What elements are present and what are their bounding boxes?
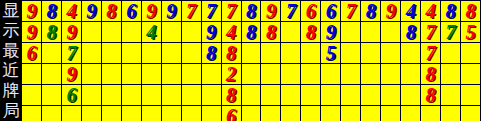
cell-r2-c22: 7 (441, 22, 461, 43)
cell-r4-c18 (361, 64, 381, 85)
cell-r4-c5 (102, 64, 122, 85)
cell-r3-c6 (122, 43, 142, 64)
cell-r6-c13 (261, 106, 281, 121)
cell-r6-c18 (361, 106, 381, 121)
cell-r1-c18: 8 (361, 1, 381, 22)
cell-r1-c19: 9 (381, 1, 401, 22)
cell-r3-c3: 7 (62, 43, 82, 64)
cell-r2-c8 (162, 22, 182, 43)
cell-r2-c21: 7 (421, 22, 441, 43)
cell-r1-c14: 7 (281, 1, 301, 22)
cell-r6-c17 (341, 106, 361, 121)
cell-r3-c15 (301, 43, 321, 64)
cell-r1-c9: 7 (182, 1, 202, 22)
cell-r6-c12 (242, 106, 262, 121)
cell-r2-c17 (341, 22, 361, 43)
title-char-1: 显 (0, 0, 22, 20)
cell-r3-c5 (102, 43, 122, 64)
cell-r5-c2 (42, 85, 62, 106)
cell-r4-c22 (441, 64, 461, 85)
cell-r6-c4 (82, 106, 102, 121)
cell-r6-c7 (142, 106, 162, 121)
cell-r3-c14 (281, 43, 301, 64)
cell-r6-c21 (421, 106, 441, 121)
cell-r1-c1: 9 (22, 1, 42, 22)
cell-r4-c2 (42, 64, 62, 85)
cell-r4-c17 (341, 64, 361, 85)
cell-r4-c10 (202, 64, 222, 85)
cell-r4-c14 (281, 64, 301, 85)
cell-r1-c21: 4 (421, 1, 441, 22)
cell-r6-c6 (122, 106, 142, 121)
cell-r5-c6 (122, 85, 142, 106)
cell-r4-c20 (401, 64, 421, 85)
cell-r5-c13 (261, 85, 281, 106)
cell-r5-c14 (281, 85, 301, 106)
cell-r5-c10 (202, 85, 222, 106)
cell-r2-c5 (102, 22, 122, 43)
title-char-3: 最 (0, 40, 22, 60)
cell-r1-c11: 7 (222, 1, 242, 22)
cell-r2-c3: 9 (62, 22, 82, 43)
cell-r2-c16: 9 (321, 22, 341, 43)
cell-r2-c2: 8 (42, 22, 62, 43)
cell-r5-c17 (341, 85, 361, 106)
cell-r6-c3 (62, 106, 82, 121)
cell-r3-c12 (242, 43, 262, 64)
cell-r3-c9 (182, 43, 202, 64)
cell-r5-c11: 8 (222, 85, 242, 106)
cell-r4-c21: 8 (421, 64, 441, 85)
cell-r3-c17 (341, 43, 361, 64)
cell-r2-c20: 8 (401, 22, 421, 43)
cell-r5-c12 (242, 85, 262, 106)
cell-r1-c7: 9 (142, 1, 162, 22)
cell-r4-c12 (242, 64, 262, 85)
cell-r4-c7 (142, 64, 162, 85)
cell-r6-c16 (321, 106, 341, 121)
cell-r6-c1 (22, 106, 42, 121)
recent-rounds-panel: 显 示 最 近 牌 局 9849869977789766789448898949… (0, 0, 481, 121)
cell-r6-c14 (281, 106, 301, 121)
cell-r6-c11: 6 (222, 106, 242, 121)
cell-r4-c19 (381, 64, 401, 85)
cell-r3-c19 (381, 43, 401, 64)
cell-r4-c1 (22, 64, 42, 85)
cell-r4-c8 (162, 64, 182, 85)
cell-r5-c7 (142, 85, 162, 106)
cell-r3-c7 (142, 43, 162, 64)
cell-r1-c13: 9 (261, 1, 281, 22)
cell-r2-c15: 8 (301, 22, 321, 43)
cell-r2-c10: 9 (202, 22, 222, 43)
cell-r6-c8 (162, 106, 182, 121)
cell-r1-c8: 9 (162, 1, 182, 22)
cell-r4-c9 (182, 64, 202, 85)
cell-r6-c9 (182, 106, 202, 121)
cell-r3-c22 (441, 43, 461, 64)
cell-r1-c22: 8 (441, 1, 461, 22)
cell-r1-c17: 7 (341, 1, 361, 22)
cell-r5-c16 (321, 85, 341, 106)
board-title-vertical: 显 示 最 近 牌 局 (0, 0, 22, 121)
cell-r5-c8 (162, 85, 182, 106)
cell-r1-c16: 6 (321, 1, 341, 22)
cell-r1-c12: 8 (242, 1, 262, 22)
cell-r2-c7: 4 (142, 22, 162, 43)
cell-r5-c20 (401, 85, 421, 106)
cell-r4-c6 (122, 64, 142, 85)
cell-r3-c21: 7 (421, 43, 441, 64)
cell-r3-c16: 5 (321, 43, 341, 64)
cell-r5-c3: 6 (62, 85, 82, 106)
cell-r4-c23 (461, 64, 481, 85)
cell-r2-c19 (381, 22, 401, 43)
cell-r3-c1: 6 (22, 43, 42, 64)
cell-r2-c11: 4 (222, 22, 242, 43)
cell-r3-c13 (261, 43, 281, 64)
title-char-2: 示 (0, 20, 22, 40)
cell-r4-c13 (261, 64, 281, 85)
cell-r3-c2 (42, 43, 62, 64)
game-board: 9849869977789766789448898949488898775678… (22, 0, 481, 121)
cell-r4-c16 (321, 64, 341, 85)
cell-r6-c22 (441, 106, 461, 121)
cell-r5-c9 (182, 85, 202, 106)
title-char-5: 牌 (0, 81, 22, 101)
cell-r4-c3: 9 (62, 64, 82, 85)
cell-r6-c20 (401, 106, 421, 121)
cell-r5-c18 (361, 85, 381, 106)
cell-r2-c1: 9 (22, 22, 42, 43)
cell-r6-c23 (461, 106, 481, 121)
cell-r1-c5: 8 (102, 1, 122, 22)
cell-r6-c2 (42, 106, 62, 121)
cell-r4-c11: 2 (222, 64, 242, 85)
cell-r2-c12: 8 (242, 22, 262, 43)
cell-r1-c20: 4 (401, 1, 421, 22)
cell-r6-c10 (202, 106, 222, 121)
cell-r2-c14 (281, 22, 301, 43)
cell-r2-c18 (361, 22, 381, 43)
cell-r5-c21: 8 (421, 85, 441, 106)
cell-r5-c5 (102, 85, 122, 106)
cell-r5-c23 (461, 85, 481, 106)
cell-r5-c4 (82, 85, 102, 106)
cell-r6-c19 (381, 106, 401, 121)
cell-r1-c10: 7 (202, 1, 222, 22)
cell-r1-c6: 6 (122, 1, 142, 22)
cell-r6-c5 (102, 106, 122, 121)
cell-r3-c8 (162, 43, 182, 64)
cell-r5-c22 (441, 85, 461, 106)
cell-r4-c4 (82, 64, 102, 85)
cell-r1-c4: 9 (82, 1, 102, 22)
title-char-4: 近 (0, 61, 22, 81)
cell-r3-c11: 8 (222, 43, 242, 64)
cell-r4-c15 (301, 64, 321, 85)
cell-r2-c9 (182, 22, 202, 43)
cell-r1-c23: 8 (461, 1, 481, 22)
cell-r1-c3: 4 (62, 1, 82, 22)
cell-r5-c19 (381, 85, 401, 106)
cell-r2-c23: 5 (461, 22, 481, 43)
cell-r2-c6 (122, 22, 142, 43)
cell-r5-c1 (22, 85, 42, 106)
cell-r1-c15: 6 (301, 1, 321, 22)
cell-r3-c18 (361, 43, 381, 64)
title-char-6: 局 (0, 101, 22, 121)
cell-r1-c2: 8 (42, 1, 62, 22)
cell-r3-c23 (461, 43, 481, 64)
cell-r6-c15 (301, 106, 321, 121)
cell-r3-c20 (401, 43, 421, 64)
cell-r3-c4 (82, 43, 102, 64)
cell-r5-c15 (301, 85, 321, 106)
cell-r3-c10: 8 (202, 43, 222, 64)
cell-r2-c4 (82, 22, 102, 43)
cell-r2-c13: 8 (261, 22, 281, 43)
